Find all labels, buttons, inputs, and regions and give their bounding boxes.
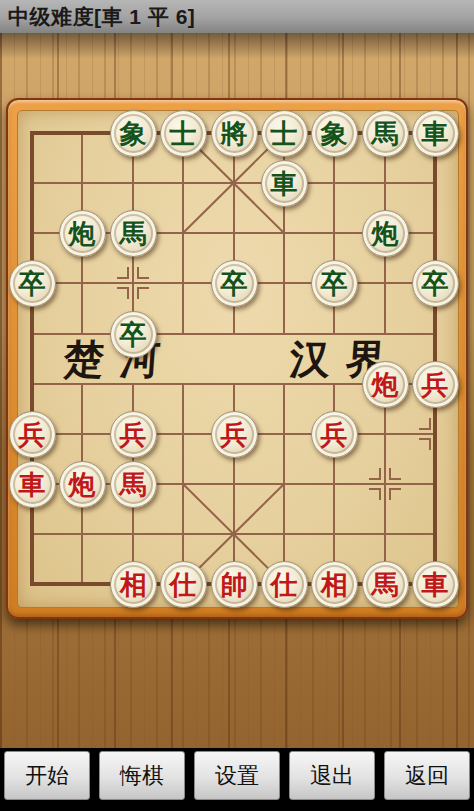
piece-glyph: 炮 <box>69 220 96 247</box>
piece-red-車-r9c8[interactable]: 車 <box>412 561 459 608</box>
piece-glyph: 象 <box>321 120 348 147</box>
piece-black-象-r0c6[interactable]: 象 <box>311 110 358 157</box>
xiangqi-board: 楚河 汉界 象士將士象馬車車炮馬炮卒卒卒卒卒炮兵兵兵兵兵車炮馬相仕帥仕相馬車 <box>6 98 468 619</box>
piece-black-將-r0c4[interactable]: 將 <box>211 110 258 157</box>
piece-red-仕-r9c3[interactable]: 仕 <box>160 561 207 608</box>
piece-black-馬-r2c2[interactable]: 馬 <box>110 210 157 257</box>
back-button[interactable]: 返回 <box>384 751 470 800</box>
piece-red-車-r7c0[interactable]: 車 <box>9 461 56 508</box>
piece-glyph: 卒 <box>221 270 248 297</box>
title-text: 中级难度[車 1 平 6] <box>0 3 195 31</box>
piece-black-馬-r0c7[interactable]: 馬 <box>362 110 409 157</box>
piece-red-炮-r5c7[interactable]: 炮 <box>362 361 409 408</box>
piece-glyph: 炮 <box>372 371 399 398</box>
piece-black-卒-r3c6[interactable]: 卒 <box>311 260 358 307</box>
piece-red-馬-r9c7[interactable]: 馬 <box>362 561 409 608</box>
piece-glyph: 車 <box>422 571 449 598</box>
piece-glyph: 卒 <box>321 270 348 297</box>
piece-red-仕-r9c5[interactable]: 仕 <box>261 561 308 608</box>
piece-red-兵-r6c6[interactable]: 兵 <box>311 411 358 458</box>
piece-glyph: 兵 <box>120 421 147 448</box>
piece-red-炮-r7c1[interactable]: 炮 <box>59 461 106 508</box>
piece-black-炮-r2c1[interactable]: 炮 <box>59 210 106 257</box>
piece-red-馬-r7c2[interactable]: 馬 <box>110 461 157 508</box>
title-bar: 中级难度[車 1 平 6] <box>0 0 474 33</box>
start-button[interactable]: 开始 <box>4 751 90 800</box>
piece-glyph: 相 <box>120 571 147 598</box>
piece-glyph: 士 <box>271 120 298 147</box>
piece-glyph: 仕 <box>271 571 298 598</box>
piece-glyph: 馬 <box>372 571 399 598</box>
piece-glyph: 炮 <box>372 220 399 247</box>
piece-glyph: 車 <box>422 120 449 147</box>
piece-glyph: 兵 <box>221 421 248 448</box>
piece-glyph: 士 <box>170 120 197 147</box>
piece-red-兵-r6c0[interactable]: 兵 <box>9 411 56 458</box>
piece-glyph: 車 <box>271 170 298 197</box>
piece-red-兵-r6c4[interactable]: 兵 <box>211 411 258 458</box>
piece-black-炮-r2c7[interactable]: 炮 <box>362 210 409 257</box>
piece-glyph: 車 <box>19 471 46 498</box>
piece-red-兵-r6c2[interactable]: 兵 <box>110 411 157 458</box>
piece-black-士-r0c3[interactable]: 士 <box>160 110 207 157</box>
piece-glyph: 相 <box>321 571 348 598</box>
piece-black-象-r0c2[interactable]: 象 <box>110 110 157 157</box>
piece-glyph: 兵 <box>422 371 449 398</box>
piece-black-卒-r3c0[interactable]: 卒 <box>9 260 56 307</box>
piece-red-相-r9c6[interactable]: 相 <box>311 561 358 608</box>
board-grid[interactable]: 楚河 汉界 象士將士象馬車車炮馬炮卒卒卒卒卒炮兵兵兵兵兵車炮馬相仕帥仕相馬車 <box>17 110 459 608</box>
piece-black-車-r1c5[interactable]: 車 <box>261 160 308 207</box>
app-screen: 中级难度[車 1 平 6] <box>0 0 474 811</box>
piece-glyph: 馬 <box>120 471 147 498</box>
piece-red-帥-r9c4[interactable]: 帥 <box>211 561 258 608</box>
piece-red-兵-r5c8[interactable]: 兵 <box>412 361 459 408</box>
settings-button[interactable]: 设置 <box>194 751 280 800</box>
exit-button[interactable]: 退出 <box>289 751 375 800</box>
piece-glyph: 象 <box>120 120 147 147</box>
piece-glyph: 仕 <box>170 571 197 598</box>
undo-button[interactable]: 悔棋 <box>99 751 185 800</box>
piece-glyph: 將 <box>221 120 248 147</box>
piece-red-相-r9c2[interactable]: 相 <box>110 561 157 608</box>
piece-glyph: 卒 <box>422 270 449 297</box>
piece-glyph: 帥 <box>221 571 248 598</box>
piece-black-卒-r3c8[interactable]: 卒 <box>412 260 459 307</box>
piece-glyph: 卒 <box>19 270 46 297</box>
piece-glyph: 馬 <box>372 120 399 147</box>
piece-glyph: 炮 <box>69 471 96 498</box>
piece-glyph: 卒 <box>120 321 147 348</box>
piece-glyph: 兵 <box>19 421 46 448</box>
piece-black-卒-r4c2[interactable]: 卒 <box>110 311 157 358</box>
piece-glyph: 兵 <box>321 421 348 448</box>
piece-black-車-r0c8[interactable]: 車 <box>412 110 459 157</box>
piece-black-卒-r3c4[interactable]: 卒 <box>211 260 258 307</box>
piece-glyph: 馬 <box>120 220 147 247</box>
button-bar: 开始 悔棋 设置 退出 返回 <box>0 748 474 811</box>
piece-black-士-r0c5[interactable]: 士 <box>261 110 308 157</box>
